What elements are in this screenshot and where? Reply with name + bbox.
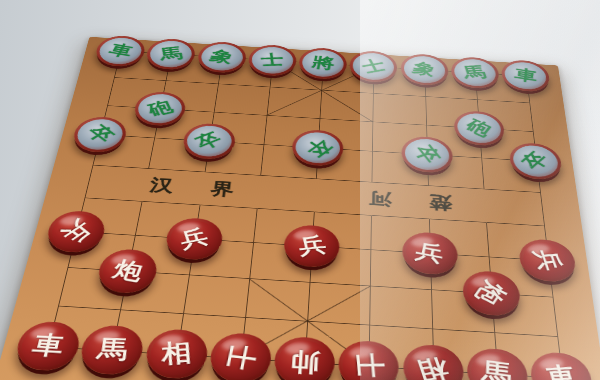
piece-black-horse[interactable]: 馬 <box>450 56 500 90</box>
piece-character: 象 <box>206 46 236 69</box>
piece-character: 將 <box>310 52 336 74</box>
piece-face: 士 <box>250 46 294 75</box>
piece-character: 卒 <box>406 142 446 167</box>
piece-black-soldier[interactable]: 卒 <box>291 129 344 167</box>
piece-face: 兵 <box>405 234 454 273</box>
piece-character: 砲 <box>461 115 496 142</box>
piece-face: 士 <box>342 343 395 380</box>
piece-face: 卒 <box>404 138 449 172</box>
piece-black-soldier[interactable]: 卒 <box>70 116 129 154</box>
piece-face: 象 <box>403 55 445 84</box>
piece-red-advisor[interactable]: 士 <box>207 332 272 380</box>
piece-red-elephant[interactable]: 相 <box>142 328 209 380</box>
piece-character: 車 <box>105 40 136 63</box>
piece-character: 士 <box>218 343 263 372</box>
piece-black-cannon[interactable]: 砲 <box>132 91 188 127</box>
piece-face: 兵 <box>167 220 220 259</box>
piece-face: 馬 <box>453 58 496 87</box>
piece-black-elephant[interactable]: 象 <box>195 41 247 74</box>
piece-character: 砲 <box>144 96 176 121</box>
piece-face: 砲 <box>136 93 185 125</box>
piece-black-soldier[interactable]: 卒 <box>180 122 236 160</box>
piece-character: 車 <box>542 360 581 380</box>
piece-face: 兵 <box>286 227 336 266</box>
piece-character: 兵 <box>413 237 446 269</box>
piece-face: 卒 <box>294 131 340 164</box>
piece-red-soldier[interactable]: 兵 <box>163 217 224 261</box>
piece-character: 卒 <box>80 121 121 148</box>
piece-character: 兵 <box>176 223 212 255</box>
piece-face: 兵 <box>521 241 573 280</box>
piece-face: 士 <box>352 52 394 81</box>
xiangqi-board: 汉界 楚河 車馬象士將士象馬車砲砲卒卒卒卒卒兵兵兵兵兵炮炮車馬相士帅士相馬車 <box>0 37 600 380</box>
piece-red-elephant[interactable]: 相 <box>403 343 464 380</box>
piece-face: 象 <box>199 43 244 72</box>
piece-face: 將 <box>301 49 344 78</box>
piece-character: 馬 <box>95 333 130 366</box>
piece-red-cannon[interactable]: 炮 <box>462 270 522 317</box>
piece-red-soldier[interactable]: 兵 <box>43 210 108 254</box>
piece-character: 相 <box>161 336 193 371</box>
piece-character: 兵 <box>526 249 569 272</box>
piece-character: 兵 <box>295 231 328 261</box>
piece-black-horse[interactable]: 馬 <box>144 38 197 71</box>
piece-character: 炮 <box>468 276 515 311</box>
piece-black-chariot[interactable]: 車 <box>93 35 148 68</box>
piece-character: 車 <box>29 329 67 364</box>
piece-face: 馬 <box>148 40 194 69</box>
piece-red-advisor[interactable]: 士 <box>338 339 399 380</box>
piece-black-chariot[interactable]: 車 <box>500 59 551 93</box>
piece-face: 士 <box>212 335 269 380</box>
piece-face: 車 <box>96 37 144 66</box>
piece-black-elephant[interactable]: 象 <box>400 53 448 86</box>
piece-character: 卒 <box>515 147 556 175</box>
piece-face: 馬 <box>82 327 143 372</box>
piece-character: 馬 <box>461 62 489 83</box>
piece-face: 相 <box>407 347 461 380</box>
piece-black-soldier[interactable]: 卒 <box>401 135 453 173</box>
piece-face: 卒 <box>74 118 126 151</box>
piece-character: 士 <box>260 50 284 70</box>
piece-character: 士 <box>358 55 389 78</box>
piece-character: 帅 <box>289 344 321 379</box>
piece-character: 象 <box>410 58 439 82</box>
piece-face: 車 <box>503 61 547 90</box>
piece-character: 兵 <box>53 215 99 249</box>
piece-red-cannon[interactable]: 炮 <box>95 248 160 295</box>
board-pieces: 車馬象士將士象馬車砲砲卒卒卒卒卒兵兵兵兵兵炮炮車馬相士帅士相馬車 <box>0 37 600 380</box>
piece-face: 相 <box>147 331 206 376</box>
piece-black-general[interactable]: 將 <box>298 47 347 80</box>
piece-red-soldier[interactable]: 兵 <box>402 231 458 276</box>
piece-face: 帅 <box>277 339 332 380</box>
piece-black-soldier[interactable]: 卒 <box>508 142 563 181</box>
piece-face: 卒 <box>512 144 560 178</box>
piece-character: 相 <box>413 351 453 380</box>
piece-character: 炮 <box>109 255 148 288</box>
piece-face: 炮 <box>465 273 517 314</box>
piece-black-cannon[interactable]: 砲 <box>453 110 505 147</box>
piece-red-soldier[interactable]: 兵 <box>283 224 341 269</box>
piece-character: 馬 <box>481 355 512 380</box>
piece-black-advisor[interactable]: 士 <box>247 44 298 77</box>
piece-face: 卒 <box>184 125 233 158</box>
photo-stage: 汉界 楚河 車馬象士將士象馬車砲砲卒卒卒卒卒兵兵兵兵兵炮炮車馬相士帅士相馬車 <box>0 0 600 380</box>
piece-character: 卒 <box>298 134 338 162</box>
piece-character: 馬 <box>158 43 184 65</box>
piece-black-advisor[interactable]: 士 <box>349 50 397 83</box>
piece-face: 砲 <box>456 112 501 144</box>
piece-red-chariot[interactable]: 車 <box>529 351 595 380</box>
piece-face: 兵 <box>48 212 105 250</box>
piece-red-horse[interactable]: 馬 <box>466 347 530 380</box>
piece-red-horse[interactable]: 馬 <box>77 324 147 376</box>
piece-face: 炮 <box>99 251 156 292</box>
piece-character: 卒 <box>191 127 228 155</box>
piece-red-general[interactable]: 帅 <box>273 336 336 380</box>
piece-red-chariot[interactable]: 車 <box>12 320 84 372</box>
piece-face: 車 <box>17 323 80 368</box>
piece-face: 馬 <box>470 350 525 380</box>
piece-red-soldier[interactable]: 兵 <box>518 238 578 283</box>
piece-character: 車 <box>513 64 537 87</box>
piece-character: 士 <box>348 353 391 378</box>
piece-face: 車 <box>533 354 590 380</box>
